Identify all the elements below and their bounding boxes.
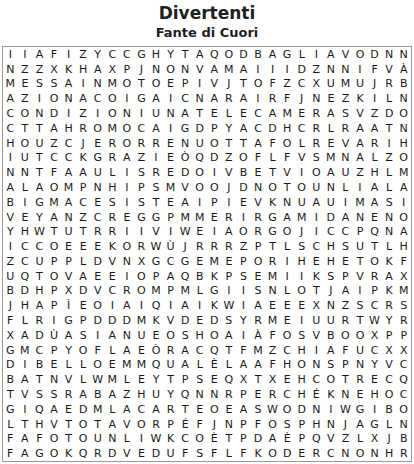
grid-cell: H: [294, 254, 309, 269]
grid-cell: G: [280, 47, 295, 62]
grid-cell: S: [338, 239, 353, 254]
grid-cell: P: [134, 180, 149, 195]
grid-cell: M: [134, 357, 149, 372]
grid-cell: T: [3, 387, 18, 402]
grid-cell: B: [32, 357, 47, 372]
grid-cell: H: [324, 239, 339, 254]
grid-cell: I: [294, 165, 309, 180]
grid-cell: G: [265, 224, 280, 239]
grid-cell: T: [32, 121, 47, 136]
grid-cell: V: [163, 313, 178, 328]
grid-cell: I: [192, 195, 207, 210]
grid-cell: P: [47, 343, 62, 358]
grid-cell: Q: [192, 150, 207, 165]
grid-cell: P: [382, 328, 397, 343]
grid-cell: V: [338, 136, 353, 151]
grid-cell: U: [61, 224, 76, 239]
grid-cell: A: [149, 402, 164, 417]
grid-cell: N: [396, 417, 411, 432]
grid-cell: Y: [32, 210, 47, 225]
grid-cell: H: [294, 387, 309, 402]
grid-cell: Q: [32, 402, 47, 417]
grid-cell: A: [76, 91, 91, 106]
grid-cell: T: [76, 224, 91, 239]
word-search-grid: IIAFIZYCCGHYTAQODBAGLIAVODNNNZZXKHAXPJNO…: [2, 46, 412, 462]
grid-cell: Q: [207, 343, 222, 358]
grid-cell: I: [236, 284, 251, 299]
grid-cell: F: [251, 417, 266, 432]
grid-cell: N: [18, 165, 33, 180]
grid-cell: R: [338, 313, 353, 328]
grid-cell: A: [338, 210, 353, 225]
grid-cell: V: [382, 357, 397, 372]
grid-cell: E: [47, 357, 62, 372]
grid-cell: H: [280, 357, 295, 372]
grid-cell: D: [207, 313, 222, 328]
grid-cell: I: [367, 91, 382, 106]
grid-cell: C: [18, 239, 33, 254]
grid-cell: V: [309, 328, 324, 343]
grid-cell: E: [163, 136, 178, 151]
grid-cell: C: [294, 121, 309, 136]
puzzle-subtitle: Fante di Cuori: [0, 24, 414, 41]
grid-cell: S: [178, 328, 193, 343]
grid-cell: M: [134, 313, 149, 328]
grid-cell: N: [47, 372, 62, 387]
grid-cell: F: [265, 328, 280, 343]
grid-cell: T: [236, 77, 251, 92]
grid-cell: M: [163, 180, 178, 195]
grid-cell: K: [353, 91, 368, 106]
grid-cell: P: [236, 417, 251, 432]
grid-cell: S: [324, 269, 339, 284]
puzzle-header: Divertenti Fante di Cuori: [0, 3, 414, 41]
grid-cell: A: [265, 47, 280, 62]
grid-cell: O: [76, 431, 91, 446]
grid-cell: B: [396, 77, 411, 92]
grid-cell: I: [18, 357, 33, 372]
grid-cell: F: [367, 62, 382, 77]
grid-cell: Y: [222, 121, 237, 136]
grid-cell: V: [251, 195, 266, 210]
grid-cell: Z: [265, 343, 280, 358]
grid-cell: G: [134, 210, 149, 225]
grid-cell: S: [32, 77, 47, 92]
grid-cell: N: [192, 91, 207, 106]
grid-cell: D: [324, 210, 339, 225]
grid-cell: C: [3, 106, 18, 121]
grid-cell: R: [32, 313, 47, 328]
grid-cell: S: [236, 269, 251, 284]
grid-cell: Y: [90, 47, 105, 62]
grid-cell: I: [222, 284, 237, 299]
grid-cell: R: [265, 254, 280, 269]
grid-cell: F: [280, 91, 295, 106]
grid-cell: D: [76, 284, 91, 299]
grid-cell: F: [3, 446, 18, 461]
grid-cell: A: [61, 77, 76, 92]
grid-cell: M: [280, 106, 295, 121]
grid-cell: Z: [18, 62, 33, 77]
grid-cell: Q: [367, 224, 382, 239]
grid-cell: O: [163, 62, 178, 77]
grid-cell: D: [3, 357, 18, 372]
grid-cell: O: [353, 47, 368, 62]
grid-cell: F: [236, 446, 251, 461]
grid-cell: H: [382, 446, 397, 461]
grid-cell: Q: [207, 47, 222, 62]
grid-cell: X: [265, 372, 280, 387]
grid-cell: T: [18, 121, 33, 136]
grid-cell: R: [251, 210, 266, 225]
grid-cell: O: [134, 269, 149, 284]
grid-cell: R: [105, 150, 120, 165]
grid-cell: S: [294, 328, 309, 343]
grid-cell: J: [134, 62, 149, 77]
grid-cell: Q: [178, 269, 193, 284]
grid-cell: C: [309, 372, 324, 387]
grid-cell: P: [163, 284, 178, 299]
grid-cell: I: [3, 239, 18, 254]
grid-cell: K: [324, 387, 339, 402]
grid-cell: B: [192, 269, 207, 284]
grid-cell: E: [192, 402, 207, 417]
grid-cell: O: [207, 328, 222, 343]
grid-cell: U: [3, 269, 18, 284]
grid-cell: I: [134, 106, 149, 121]
grid-cell: O: [338, 328, 353, 343]
grid-cell: H: [32, 284, 47, 299]
grid-cell: O: [382, 387, 397, 402]
grid-cell: T: [32, 269, 47, 284]
grid-cell: R: [396, 446, 411, 461]
grid-cell: A: [178, 343, 193, 358]
grid-cell: P: [251, 239, 266, 254]
grid-cell: K: [265, 195, 280, 210]
grid-cell: P: [353, 224, 368, 239]
grid-cell: D: [18, 284, 33, 299]
grid-cell: I: [134, 224, 149, 239]
grid-cell: N: [120, 254, 135, 269]
grid-cell: D: [294, 402, 309, 417]
grid-cell: U: [309, 313, 324, 328]
grid-cell: F: [47, 165, 62, 180]
grid-cell: J: [178, 239, 193, 254]
grid-cell: È: [207, 357, 222, 372]
grid-cell: N: [353, 210, 368, 225]
grid-cell: N: [192, 387, 207, 402]
grid-cell: C: [134, 121, 149, 136]
grid-cell: C: [163, 254, 178, 269]
grid-cell: I: [18, 195, 33, 210]
grid-cell: X: [367, 328, 382, 343]
grid-cell: G: [367, 417, 382, 432]
grid-cell: Ì: [61, 298, 76, 313]
grid-cell: A: [353, 150, 368, 165]
grid-cell: R: [90, 446, 105, 461]
grid-cell: A: [367, 180, 382, 195]
grid-cell: Q: [149, 357, 164, 372]
grid-cell: A: [192, 47, 207, 62]
grid-cell: L: [3, 417, 18, 432]
grid-cell: A: [236, 357, 251, 372]
grid-cell: A: [324, 47, 339, 62]
grid-cell: O: [207, 136, 222, 151]
grid-cell: E: [105, 269, 120, 284]
grid-cell: L: [192, 284, 207, 299]
grid-cell: E: [134, 343, 149, 358]
grid-cell: W: [367, 313, 382, 328]
grid-cell: M: [3, 77, 18, 92]
grid-cell: M: [324, 150, 339, 165]
grid-cell: C: [61, 150, 76, 165]
grid-cell: E: [105, 357, 120, 372]
grid-cell: W: [338, 402, 353, 417]
grid-cell: L: [382, 91, 397, 106]
grid-cell: A: [207, 91, 222, 106]
grid-cell: R: [149, 417, 164, 432]
grid-cell: O: [265, 446, 280, 461]
grid-cell: M: [353, 195, 368, 210]
grid-cell: M: [265, 313, 280, 328]
grid-cell: S: [294, 239, 309, 254]
grid-cell: I: [280, 269, 295, 284]
grid-cell: Q: [18, 269, 33, 284]
grid-cell: G: [32, 195, 47, 210]
grid-cell: R: [338, 121, 353, 136]
grid-cell: Z: [338, 431, 353, 446]
grid-cell: R: [134, 136, 149, 151]
grid-cell: I: [3, 150, 18, 165]
grid-cell: A: [61, 328, 76, 343]
grid-cell: E: [280, 372, 295, 387]
grid-cell: D: [90, 313, 105, 328]
grid-cell: Y: [163, 47, 178, 62]
grid-cell: M: [105, 77, 120, 92]
grid-cell: L: [324, 121, 339, 136]
grid-cell: R: [265, 387, 280, 402]
grid-cell: S: [47, 387, 62, 402]
grid-cell: Ò: [149, 343, 164, 358]
grid-cell: W: [178, 224, 193, 239]
grid-cell: K: [251, 446, 266, 461]
grid-cell: N: [309, 91, 324, 106]
grid-cell: T: [309, 284, 324, 299]
grid-cell: S: [47, 77, 62, 92]
grid-cell: R: [222, 91, 237, 106]
grid-cell: E: [192, 224, 207, 239]
grid-cell: O: [18, 136, 33, 151]
grid-cell: I: [3, 47, 18, 62]
grid-cell: V: [61, 372, 76, 387]
grid-cell: A: [396, 180, 411, 195]
grid-cell: C: [294, 77, 309, 92]
grid-cell: N: [3, 62, 18, 77]
grid-cell: N: [396, 91, 411, 106]
grid-cell: F: [192, 417, 207, 432]
grid-cell: N: [338, 446, 353, 461]
grid-cell: S: [149, 180, 164, 195]
grid-cell: E: [192, 313, 207, 328]
grid-cell: V: [90, 284, 105, 299]
grid-cell: D: [178, 313, 193, 328]
grid-cell: Y: [367, 357, 382, 372]
grid-cell: I: [120, 195, 135, 210]
grid-cell: Y: [149, 372, 164, 387]
grid-cell: N: [105, 431, 120, 446]
grid-cell: L: [76, 372, 91, 387]
grid-cell: A: [120, 343, 135, 358]
grid-cell: I: [396, 195, 411, 210]
grid-cell: H: [367, 387, 382, 402]
grid-cell: A: [18, 431, 33, 446]
grid-cell: I: [163, 224, 178, 239]
grid-cell: V: [353, 106, 368, 121]
grid-cell: N: [396, 47, 411, 62]
grid-cell: N: [396, 121, 411, 136]
grid-cell: E: [163, 165, 178, 180]
grid-cell: S: [192, 446, 207, 461]
grid-cell: A: [353, 136, 368, 151]
grid-cell: O: [47, 431, 62, 446]
grid-cell: O: [236, 224, 251, 239]
grid-cell: K: [207, 269, 222, 284]
grid-cell: L: [280, 239, 295, 254]
grid-cell: O: [120, 136, 135, 151]
grid-cell: O: [207, 402, 222, 417]
grid-cell: D: [192, 121, 207, 136]
grid-cell: C: [105, 47, 120, 62]
grid-cell: C: [367, 298, 382, 313]
grid-cell: I: [236, 298, 251, 313]
grid-cell: O: [236, 150, 251, 165]
grid-cell: I: [105, 298, 120, 313]
grid-cell: A: [382, 269, 397, 284]
grid-cell: J: [324, 284, 339, 299]
grid-cell: S: [324, 357, 339, 372]
grid-cell: X: [382, 343, 397, 358]
grid-cell: E: [90, 136, 105, 151]
grid-cell: G: [90, 150, 105, 165]
grid-cell: J: [382, 431, 397, 446]
grid-cell: P: [47, 254, 62, 269]
grid-cell: T: [251, 372, 266, 387]
grid-cell: M: [105, 121, 120, 136]
grid-cell: Z: [367, 106, 382, 121]
grid-cell: M: [18, 343, 33, 358]
grid-cell: T: [353, 313, 368, 328]
grid-cell: G: [134, 47, 149, 62]
grid-cell: N: [120, 106, 135, 121]
grid-cell: O: [294, 357, 309, 372]
grid-cell: F: [3, 431, 18, 446]
grid-cell: L: [382, 239, 397, 254]
grid-cell: T: [353, 254, 368, 269]
grid-cell: J: [367, 77, 382, 92]
grid-cell: I: [294, 269, 309, 284]
grid-cell: C: [396, 357, 411, 372]
grid-cell: R: [353, 372, 368, 387]
grid-cell: A: [265, 431, 280, 446]
grid-cell: Z: [338, 91, 353, 106]
grid-cell: T: [382, 121, 397, 136]
grid-cell: P: [236, 387, 251, 402]
grid-cell: N: [265, 284, 280, 299]
grid-cell: N: [309, 357, 324, 372]
grid-cell: I: [382, 136, 397, 151]
grid-cell: D: [76, 402, 91, 417]
grid-cell: O: [353, 328, 368, 343]
grid-cell: O: [47, 269, 62, 284]
grid-cell: T: [178, 402, 193, 417]
grid-cell: C: [338, 224, 353, 239]
grid-cell: H: [18, 224, 33, 239]
grid-cell: A: [3, 91, 18, 106]
grid-cell: I: [207, 165, 222, 180]
grid-cell: H: [367, 165, 382, 180]
grid-cell: H: [3, 136, 18, 151]
grid-cell: C: [90, 210, 105, 225]
grid-cell: Q: [149, 298, 164, 313]
grid-cell: O: [90, 121, 105, 136]
grid-cell: I: [236, 210, 251, 225]
grid-cell: N: [207, 387, 222, 402]
grid-cell: C: [396, 387, 411, 402]
grid-cell: E: [324, 136, 339, 151]
grid-cell: R: [76, 121, 91, 136]
grid-cell: Z: [382, 150, 397, 165]
grid-cell: D: [236, 180, 251, 195]
grid-cell: E: [251, 269, 266, 284]
grid-cell: E: [163, 77, 178, 92]
grid-cell: P: [47, 298, 62, 313]
grid-cell: M: [222, 62, 237, 77]
grid-cell: L: [76, 254, 91, 269]
grid-cell: I: [120, 165, 135, 180]
grid-cell: B: [3, 284, 18, 299]
grid-cell: C: [324, 446, 339, 461]
grid-cell: N: [163, 106, 178, 121]
grid-cell: C: [324, 224, 339, 239]
grid-cell: E: [76, 298, 91, 313]
grid-cell: A: [90, 62, 105, 77]
grid-cell: N: [32, 106, 47, 121]
grid-cell: N: [338, 387, 353, 402]
grid-cell: C: [382, 372, 397, 387]
grid-cell: R: [367, 136, 382, 151]
grid-cell: N: [309, 402, 324, 417]
grid-cell: P: [222, 269, 237, 284]
grid-cell: A: [61, 195, 76, 210]
grid-cell: Ù: [47, 328, 62, 343]
grid-cell: P: [149, 269, 164, 284]
grid-cell: O: [396, 150, 411, 165]
grid-cell: F: [236, 343, 251, 358]
grid-cell: D: [90, 254, 105, 269]
grid-cell: Z: [32, 62, 47, 77]
grid-cell: M: [178, 284, 193, 299]
grid-cell: V: [324, 431, 339, 446]
grid-cell: P: [236, 254, 251, 269]
grid-cell: M: [149, 284, 164, 299]
grid-cell: R: [309, 106, 324, 121]
grid-cell: O: [120, 239, 135, 254]
grid-cell: I: [309, 47, 324, 62]
grid-cell: A: [32, 298, 47, 313]
grid-cell: M: [396, 284, 411, 299]
grid-cell: N: [338, 150, 353, 165]
grid-cell: E: [294, 298, 309, 313]
